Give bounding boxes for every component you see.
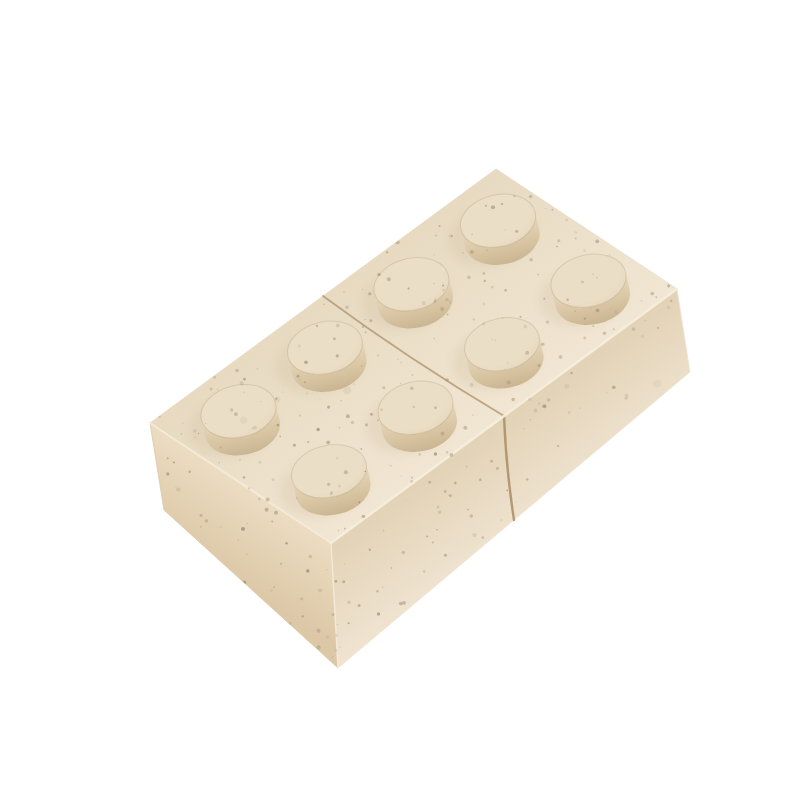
product-photo (0, 0, 800, 800)
brick-usb-drive-illustration (0, 0, 800, 800)
